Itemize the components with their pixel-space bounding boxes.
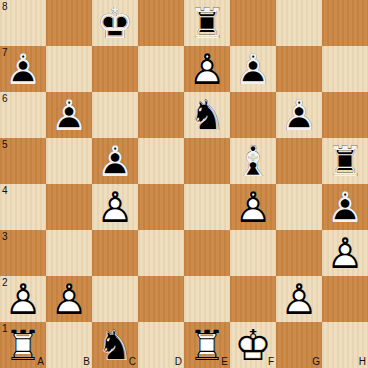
piece-outline-glyph: ♔ [230, 322, 276, 368]
piece-white-king[interactable]: ♚♔ [230, 322, 276, 368]
rank-label-4: 4 [2, 185, 8, 196]
square-g1[interactable]: G [276, 322, 322, 368]
square-g8[interactable] [276, 0, 322, 46]
piece-fill-glyph: ♟ [46, 276, 92, 322]
piece-black-pawn[interactable]: ♟♙ [322, 184, 368, 230]
file-label-b: B [83, 356, 90, 367]
piece-white-rook[interactable]: ♜♖ [184, 322, 230, 368]
square-h8[interactable] [322, 0, 368, 46]
square-e7[interactable]: ♟♙ [184, 46, 230, 92]
piece-fill-glyph: ♟ [46, 92, 92, 138]
square-c1[interactable]: C♞♘ [92, 322, 138, 368]
piece-fill-glyph: ♟ [0, 276, 46, 322]
piece-fill-glyph: ♝ [230, 138, 276, 184]
square-f1[interactable]: F♚♔ [230, 322, 276, 368]
piece-black-rook[interactable]: ♜♖ [322, 138, 368, 184]
square-a8[interactable]: 8 [0, 0, 46, 46]
piece-black-rook[interactable]: ♜♖ [184, 0, 230, 46]
piece-outline-glyph: ♙ [92, 184, 138, 230]
square-a5[interactable]: 5 [0, 138, 46, 184]
piece-outline-glyph: ♘ [184, 92, 230, 138]
piece-black-pawn[interactable]: ♟♙ [46, 92, 92, 138]
piece-fill-glyph: ♟ [322, 184, 368, 230]
square-g7[interactable] [276, 46, 322, 92]
piece-black-pawn[interactable]: ♟♙ [92, 138, 138, 184]
square-h5[interactable]: ♜♖ [322, 138, 368, 184]
piece-black-knight[interactable]: ♞♘ [92, 322, 138, 368]
square-b2[interactable]: ♟♙ [46, 276, 92, 322]
piece-outline-glyph: ♙ [230, 46, 276, 92]
piece-fill-glyph: ♟ [322, 230, 368, 276]
piece-outline-glyph: ♙ [322, 230, 368, 276]
rank-label-3: 3 [2, 231, 8, 242]
square-c7[interactable] [92, 46, 138, 92]
piece-fill-glyph: ♟ [92, 138, 138, 184]
square-d4[interactable] [138, 184, 184, 230]
file-label-h: H [359, 356, 366, 367]
square-e4[interactable] [184, 184, 230, 230]
square-b3[interactable] [46, 230, 92, 276]
square-b8[interactable] [46, 0, 92, 46]
piece-white-pawn[interactable]: ♟♙ [0, 276, 46, 322]
file-label-d: D [175, 356, 182, 367]
square-g3[interactable] [276, 230, 322, 276]
square-b6[interactable]: ♟♙ [46, 92, 92, 138]
square-c3[interactable] [92, 230, 138, 276]
square-f5[interactable]: ♝♗ [230, 138, 276, 184]
piece-fill-glyph: ♜ [322, 138, 368, 184]
piece-fill-glyph: ♜ [0, 322, 46, 368]
rank-label-8: 8 [2, 1, 8, 12]
square-d3[interactable] [138, 230, 184, 276]
square-g2[interactable]: ♟♙ [276, 276, 322, 322]
square-e1[interactable]: E♜♖ [184, 322, 230, 368]
piece-white-rook[interactable]: ♜♖ [0, 322, 46, 368]
square-a3[interactable]: 3 [0, 230, 46, 276]
piece-black-knight[interactable]: ♞♘ [184, 92, 230, 138]
square-f4[interactable]: ♟♙ [230, 184, 276, 230]
square-a2[interactable]: 2♟♙ [0, 276, 46, 322]
square-d7[interactable] [138, 46, 184, 92]
piece-fill-glyph: ♜ [184, 322, 230, 368]
square-b4[interactable] [46, 184, 92, 230]
square-c5[interactable]: ♟♙ [92, 138, 138, 184]
square-f8[interactable] [230, 0, 276, 46]
chessboard-screenshot: 8♚♔♜♖7♟♙♟♙♟♙6♟♙♞♘♟♙5♟♙♝♗♜♖4♟♙♟♙♟♙3♟♙2♟♙♟… [0, 0, 368, 368]
piece-fill-glyph: ♚ [92, 0, 138, 46]
piece-fill-glyph: ♟ [276, 92, 322, 138]
piece-fill-glyph: ♟ [0, 46, 46, 92]
piece-white-pawn[interactable]: ♟♙ [322, 230, 368, 276]
square-h3[interactable]: ♟♙ [322, 230, 368, 276]
square-c4[interactable]: ♟♙ [92, 184, 138, 230]
square-h4[interactable]: ♟♙ [322, 184, 368, 230]
square-c8[interactable]: ♚♔ [92, 0, 138, 46]
piece-black-king[interactable]: ♚♔ [92, 0, 138, 46]
piece-black-bishop[interactable]: ♝♗ [230, 138, 276, 184]
piece-white-pawn[interactable]: ♟♙ [276, 276, 322, 322]
square-g5[interactable] [276, 138, 322, 184]
piece-fill-glyph: ♜ [184, 0, 230, 46]
piece-white-pawn[interactable]: ♟♙ [230, 184, 276, 230]
square-f3[interactable] [230, 230, 276, 276]
chess-board: 8♚♔♜♖7♟♙♟♙♟♙6♟♙♞♘♟♙5♟♙♝♗♜♖4♟♙♟♙♟♙3♟♙2♟♙♟… [0, 0, 368, 368]
piece-black-pawn[interactable]: ♟♙ [276, 92, 322, 138]
square-a7[interactable]: 7♟♙ [0, 46, 46, 92]
square-c6[interactable] [92, 92, 138, 138]
square-h7[interactable] [322, 46, 368, 92]
piece-outline-glyph: ♖ [322, 138, 368, 184]
square-f2[interactable] [230, 276, 276, 322]
piece-outline-glyph: ♙ [230, 184, 276, 230]
piece-white-pawn[interactable]: ♟♙ [184, 46, 230, 92]
square-e8[interactable]: ♜♖ [184, 0, 230, 46]
square-h2[interactable] [322, 276, 368, 322]
piece-fill-glyph: ♞ [184, 92, 230, 138]
square-e2[interactable] [184, 276, 230, 322]
piece-outline-glyph: ♙ [0, 46, 46, 92]
square-d5[interactable] [138, 138, 184, 184]
square-h1[interactable]: H [322, 322, 368, 368]
square-e5[interactable] [184, 138, 230, 184]
square-a4[interactable]: 4 [0, 184, 46, 230]
square-e6[interactable]: ♞♘ [184, 92, 230, 138]
square-b5[interactable] [46, 138, 92, 184]
square-g6[interactable]: ♟♙ [276, 92, 322, 138]
piece-outline-glyph: ♘ [92, 322, 138, 368]
piece-fill-glyph: ♟ [230, 46, 276, 92]
rank-label-6: 6 [2, 93, 8, 104]
square-d6[interactable] [138, 92, 184, 138]
square-a6[interactable]: 6 [0, 92, 46, 138]
rank-label-5: 5 [2, 139, 8, 150]
file-label-g: G [312, 356, 320, 367]
square-f6[interactable] [230, 92, 276, 138]
piece-outline-glyph: ♙ [322, 184, 368, 230]
piece-fill-glyph: ♟ [184, 46, 230, 92]
piece-white-pawn[interactable]: ♟♙ [46, 276, 92, 322]
piece-outline-glyph: ♔ [92, 0, 138, 46]
piece-white-pawn[interactable]: ♟♙ [92, 184, 138, 230]
piece-outline-glyph: ♖ [0, 322, 46, 368]
square-d2[interactable] [138, 276, 184, 322]
square-e3[interactable] [184, 230, 230, 276]
square-a1[interactable]: 1A♜♖ [0, 322, 46, 368]
square-b7[interactable] [46, 46, 92, 92]
piece-outline-glyph: ♙ [92, 138, 138, 184]
square-b1[interactable]: B [46, 322, 92, 368]
piece-outline-glyph: ♙ [0, 276, 46, 322]
square-d1[interactable]: D [138, 322, 184, 368]
square-d8[interactable] [138, 0, 184, 46]
piece-black-pawn[interactable]: ♟♙ [230, 46, 276, 92]
piece-fill-glyph: ♟ [92, 184, 138, 230]
piece-outline-glyph: ♙ [46, 92, 92, 138]
piece-fill-glyph: ♚ [230, 322, 276, 368]
piece-outline-glyph: ♖ [184, 322, 230, 368]
piece-fill-glyph: ♟ [230, 184, 276, 230]
square-c2[interactable] [92, 276, 138, 322]
piece-outline-glyph: ♙ [46, 276, 92, 322]
piece-black-pawn[interactable]: ♟♙ [0, 46, 46, 92]
piece-outline-glyph: ♙ [276, 92, 322, 138]
piece-fill-glyph: ♟ [276, 276, 322, 322]
piece-outline-glyph: ♗ [230, 138, 276, 184]
square-h6[interactable] [322, 92, 368, 138]
piece-fill-glyph: ♞ [92, 322, 138, 368]
piece-outline-glyph: ♙ [184, 46, 230, 92]
square-f7[interactable]: ♟♙ [230, 46, 276, 92]
piece-outline-glyph: ♖ [184, 0, 230, 46]
piece-outline-glyph: ♙ [276, 276, 322, 322]
square-g4[interactable] [276, 184, 322, 230]
